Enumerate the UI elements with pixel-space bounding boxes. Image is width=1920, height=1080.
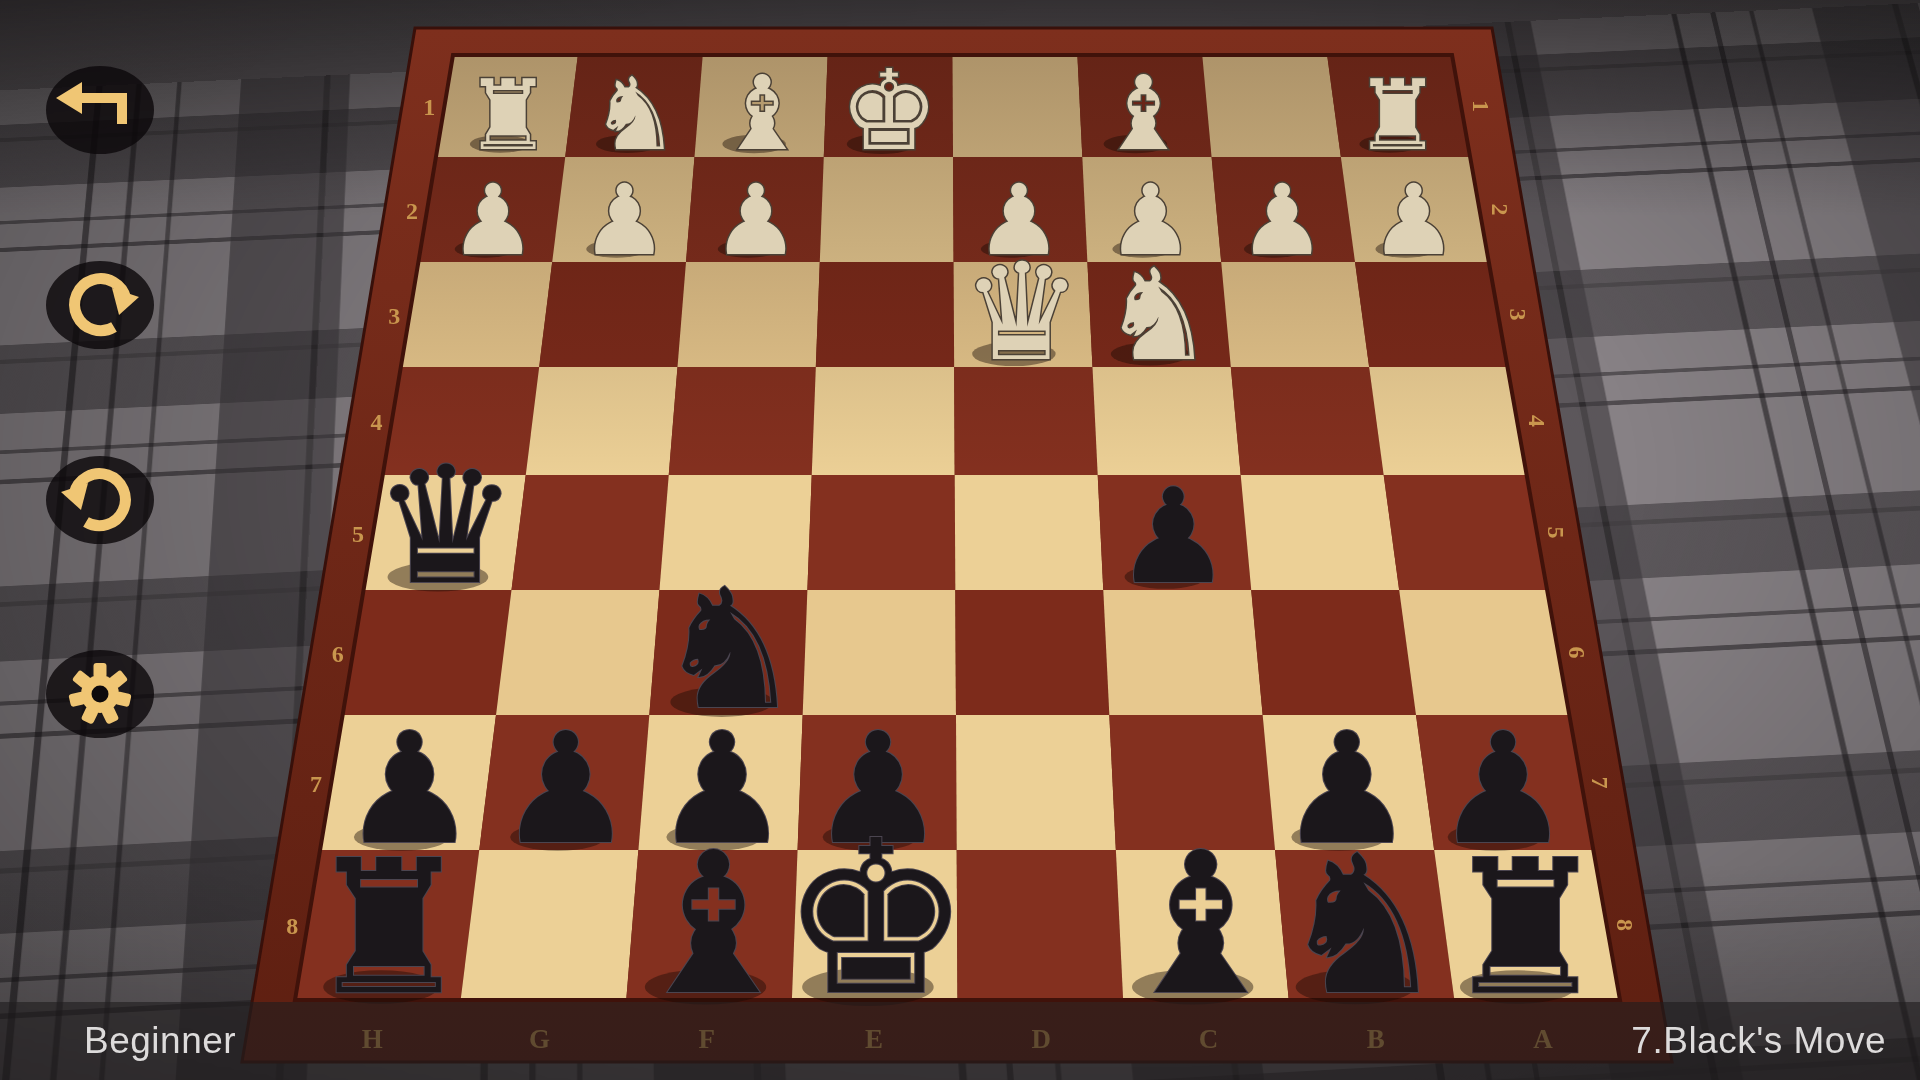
right-rank-label-1: 1 [1468, 100, 1494, 112]
right-rank-label-4: 4 [1524, 415, 1550, 427]
right-rank-label-5: 5 [1543, 527, 1569, 539]
left-rank-label-6: 6 [332, 641, 344, 667]
piece-white-pawn-g2[interactable]: ♟ [581, 163, 669, 277]
left-rank-label-2: 2 [406, 198, 418, 224]
piece-white-pawn-a2[interactable]: ♟ [1370, 163, 1458, 277]
piece-white-bishop-f1[interactable]: ♝ [716, 54, 808, 173]
piece-black-queen-h5[interactable]: ♛ [373, 431, 519, 620]
settings-button[interactable] [42, 646, 158, 742]
rotate-counterclockwise-button[interactable] [42, 452, 158, 548]
left-rank-label-7: 7 [310, 771, 322, 797]
chess-board[interactable]: HGFEDCBA1122334455667788♜♞♝♚♝♜♟♟♟♟♟♟♟♛♞♛… [0, 0, 1920, 1080]
piece-black-pawn-c5[interactable]: ♟ [1114, 460, 1232, 613]
piece-black-pawn-g7[interactable]: ♟ [497, 699, 635, 878]
piece-white-king-e1[interactable]: ♚ [839, 46, 939, 175]
piece-white-rook-a1[interactable]: ♜ [1354, 59, 1441, 172]
right-rank-label-7: 7 [1587, 777, 1613, 789]
piece-white-pawn-f2[interactable]: ♟ [712, 163, 800, 277]
left-rank-label-3: 3 [388, 303, 400, 329]
left-rank-label-8: 8 [286, 913, 298, 939]
game-scene: HGFEDCBA1122334455667788♜♞♝♚♝♜♟♟♟♟♟♟♟♛♞♛… [0, 0, 1920, 1080]
status-bar: Beginner 7.Black's Move [0, 1002, 1920, 1080]
right-rank-label-3: 3 [1505, 309, 1531, 321]
right-rank-label-6: 6 [1564, 647, 1590, 659]
right-rank-label-2: 2 [1487, 204, 1513, 216]
undo-arrow-icon [42, 62, 158, 158]
piece-white-bishop-c1[interactable]: ♝ [1097, 54, 1189, 173]
piece-white-pawn-b2[interactable]: ♟ [1238, 163, 1326, 277]
move-indicator: 7.Black's Move [1631, 1020, 1886, 1062]
piece-white-pawn-h2[interactable]: ♟ [449, 163, 537, 277]
difficulty-label: Beginner [84, 1020, 236, 1062]
rotate-clockwise-button[interactable] [42, 257, 158, 353]
rotate-cw-icon [42, 257, 158, 353]
right-rank-label-8: 8 [1612, 919, 1638, 931]
rotate-ccw-icon [42, 452, 158, 548]
toolbar [0, 0, 220, 1080]
settings-gear-icon [42, 646, 158, 742]
piece-white-rook-h1[interactable]: ♜ [464, 59, 551, 172]
undo-button[interactable] [42, 62, 158, 158]
left-rank-label-1: 1 [423, 94, 435, 120]
piece-white-knight-c3[interactable]: ♞ [1101, 242, 1214, 389]
piece-white-queen-d3[interactable]: ♛ [962, 234, 1083, 391]
piece-white-knight-g1[interactable]: ♞ [590, 56, 680, 173]
left-rank-label-5: 5 [352, 521, 364, 547]
